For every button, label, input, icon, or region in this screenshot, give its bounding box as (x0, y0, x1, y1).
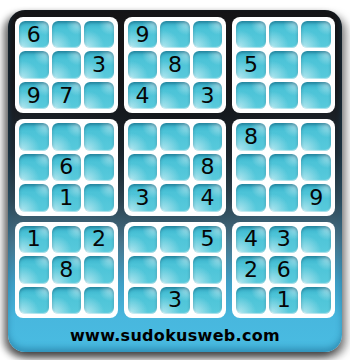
cell-r3c4[interactable]: 4 (128, 82, 158, 109)
cell-r8c3[interactable] (84, 256, 114, 283)
cell-r9c2[interactable] (52, 287, 82, 314)
cell-r6c5[interactable] (160, 184, 190, 211)
cell-r8c2[interactable]: 8 (52, 256, 82, 283)
cell-r9c5[interactable]: 3 (160, 287, 190, 314)
cell-r5c4[interactable] (128, 154, 158, 181)
box-r0c0: 6397 (15, 17, 118, 113)
cell-r4c6[interactable] (193, 123, 223, 150)
box-r2c1: 53 (124, 222, 227, 318)
cell-r5c9[interactable] (301, 154, 331, 181)
box-r1c2: 89 (232, 119, 335, 215)
cell-r1c6[interactable] (193, 21, 223, 48)
box-r0c1: 9843 (124, 17, 227, 113)
cell-r4c4[interactable] (128, 123, 158, 150)
cell-r3c3[interactable] (84, 82, 114, 109)
cell-r5c1[interactable] (19, 154, 49, 181)
cell-r9c4[interactable] (128, 287, 158, 314)
cell-r3c7[interactable] (236, 82, 266, 109)
cell-r2c8[interactable] (269, 51, 299, 78)
cell-r1c3[interactable] (84, 21, 114, 48)
cell-r3c8[interactable] (269, 82, 299, 109)
cell-r3c1[interactable]: 9 (19, 82, 49, 109)
cell-r3c2[interactable]: 7 (52, 82, 82, 109)
cell-r6c2[interactable]: 1 (52, 184, 82, 211)
box-r1c1: 834 (124, 119, 227, 215)
cell-r7c6[interactable]: 5 (193, 226, 223, 253)
cell-r9c8[interactable]: 1 (269, 287, 299, 314)
cell-r5c2[interactable]: 6 (52, 154, 82, 181)
cell-r8c6[interactable] (193, 256, 223, 283)
cell-r1c9[interactable] (301, 21, 331, 48)
cell-r7c4[interactable] (128, 226, 158, 253)
cell-r6c4[interactable]: 3 (128, 184, 158, 211)
cell-r5c3[interactable] (84, 154, 114, 181)
cell-r5c8[interactable] (269, 154, 299, 181)
cell-r6c3[interactable] (84, 184, 114, 211)
cell-r7c3[interactable]: 2 (84, 226, 114, 253)
cell-r4c8[interactable] (269, 123, 299, 150)
cell-r2c6[interactable] (193, 51, 223, 78)
cell-r8c5[interactable] (160, 256, 190, 283)
cell-r7c7[interactable]: 4 (236, 226, 266, 253)
cell-r6c1[interactable] (19, 184, 49, 211)
cell-r8c7[interactable]: 2 (236, 256, 266, 283)
sudoku-grid: 63979843561834891285343261 (15, 17, 335, 318)
cell-r1c8[interactable] (269, 21, 299, 48)
cell-r4c1[interactable] (19, 123, 49, 150)
cell-r3c5[interactable] (160, 82, 190, 109)
cell-r1c1[interactable]: 6 (19, 21, 49, 48)
cell-r8c1[interactable] (19, 256, 49, 283)
cell-r7c2[interactable] (52, 226, 82, 253)
cell-r6c9[interactable]: 9 (301, 184, 331, 211)
cell-r9c7[interactable] (236, 287, 266, 314)
sudoku-board: 63979843561834891285343261 www.sudokuswe… (8, 10, 342, 352)
cell-r5c5[interactable] (160, 154, 190, 181)
cell-r2c3[interactable]: 3 (84, 51, 114, 78)
cell-r2c9[interactable] (301, 51, 331, 78)
cell-r3c9[interactable] (301, 82, 331, 109)
box-r2c0: 128 (15, 222, 118, 318)
cell-r9c3[interactable] (84, 287, 114, 314)
cell-r7c9[interactable] (301, 226, 331, 253)
cell-r1c4[interactable]: 9 (128, 21, 158, 48)
cell-r4c7[interactable]: 8 (236, 123, 266, 150)
cell-r8c4[interactable] (128, 256, 158, 283)
website-url[interactable]: www.sudokusweb.com (70, 326, 280, 345)
cell-r9c6[interactable] (193, 287, 223, 314)
cell-r1c5[interactable] (160, 21, 190, 48)
cell-r7c1[interactable]: 1 (19, 226, 49, 253)
cell-r5c7[interactable] (236, 154, 266, 181)
box-r0c2: 5 (232, 17, 335, 113)
cell-r4c2[interactable] (52, 123, 82, 150)
cell-r1c2[interactable] (52, 21, 82, 48)
cell-r2c2[interactable] (52, 51, 82, 78)
cell-r8c9[interactable] (301, 256, 331, 283)
cell-r6c7[interactable] (236, 184, 266, 211)
cell-r2c4[interactable] (128, 51, 158, 78)
cell-r5c6[interactable]: 8 (193, 154, 223, 181)
box-r2c2: 43261 (232, 222, 335, 318)
cell-r2c7[interactable]: 5 (236, 51, 266, 78)
cell-r6c6[interactable]: 4 (193, 184, 223, 211)
cell-r1c7[interactable] (236, 21, 266, 48)
box-r1c0: 61 (15, 119, 118, 215)
cell-r7c8[interactable]: 3 (269, 226, 299, 253)
cell-r3c6[interactable]: 3 (193, 82, 223, 109)
footer-bar: www.sudokusweb.com (8, 318, 342, 352)
cell-r4c3[interactable] (84, 123, 114, 150)
cell-r9c9[interactable] (301, 287, 331, 314)
cell-r2c1[interactable] (19, 51, 49, 78)
cell-r4c5[interactable] (160, 123, 190, 150)
cell-r7c5[interactable] (160, 226, 190, 253)
cell-r9c1[interactable] (19, 287, 49, 314)
cell-r8c8[interactable]: 6 (269, 256, 299, 283)
cell-r2c5[interactable]: 8 (160, 51, 190, 78)
cell-r4c9[interactable] (301, 123, 331, 150)
cell-r6c8[interactable] (269, 184, 299, 211)
